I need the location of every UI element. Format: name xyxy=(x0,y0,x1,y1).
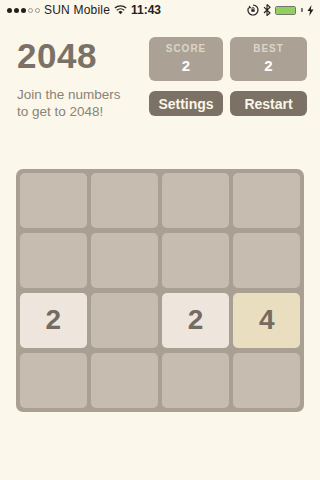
orientation-lock-icon xyxy=(247,4,259,16)
status-bar-right xyxy=(247,0,314,20)
empty-cell xyxy=(20,353,87,408)
tile-4: 4 xyxy=(233,293,300,348)
status-bar-left: SUN Mobile xyxy=(7,0,127,20)
best-box: BEST 2 xyxy=(230,37,307,81)
settings-button[interactable]: Settings xyxy=(149,91,223,116)
signal-dot xyxy=(35,8,40,13)
score-label: SCORE xyxy=(149,43,223,54)
score-value: 2 xyxy=(149,57,223,74)
tagline-line2: to get to 2048! xyxy=(17,104,121,121)
empty-cell xyxy=(233,353,300,408)
empty-cell xyxy=(162,233,229,288)
game-board[interactable]: 224 xyxy=(16,169,304,412)
tagline: Join the numbers to get to 2048! xyxy=(17,87,121,120)
tagline-line1: Join the numbers xyxy=(17,87,121,104)
battery-cap xyxy=(301,8,303,12)
empty-cell xyxy=(162,173,229,228)
best-value: 2 xyxy=(230,57,307,74)
signal-dot xyxy=(7,8,12,13)
restart-button[interactable]: Restart xyxy=(230,91,307,116)
empty-cell xyxy=(233,173,300,228)
app-title: 2048 xyxy=(17,36,97,76)
signal-dot xyxy=(21,8,26,13)
empty-cell xyxy=(20,233,87,288)
best-label: BEST xyxy=(230,43,307,54)
signal-dot xyxy=(28,8,33,13)
empty-cell xyxy=(162,353,229,408)
clock-label: 11:43 xyxy=(131,3,161,17)
empty-cell xyxy=(20,173,87,228)
battery-icon xyxy=(275,6,296,15)
signal-dot xyxy=(14,8,19,13)
carrier-label: SUN Mobile xyxy=(44,3,110,17)
empty-cell xyxy=(233,233,300,288)
empty-cell xyxy=(91,353,158,408)
wifi-icon xyxy=(114,5,127,15)
app-screen: SUN Mobile 11:43 xyxy=(0,0,320,480)
status-bar: SUN Mobile 11:43 xyxy=(0,0,320,20)
empty-cell xyxy=(91,233,158,288)
signal-strength-icon xyxy=(7,8,40,13)
tile-2: 2 xyxy=(162,293,229,348)
empty-cell xyxy=(91,173,158,228)
bluetooth-icon xyxy=(263,4,271,16)
empty-cell xyxy=(91,293,158,348)
lightning-bolt-icon xyxy=(307,5,314,16)
tile-2: 2 xyxy=(20,293,87,348)
score-box: SCORE 2 xyxy=(149,37,223,81)
